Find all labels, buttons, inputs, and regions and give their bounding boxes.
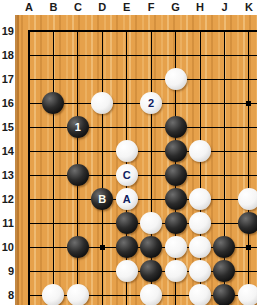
grid-line-col-A [28, 30, 30, 305]
white-stone-G10[interactable] [165, 236, 187, 258]
grid-line-row-17 [28, 79, 257, 80]
white-stone-E9[interactable] [116, 260, 138, 282]
white-stone-K8[interactable] [238, 284, 257, 305]
white-stone-F8[interactable] [140, 284, 162, 305]
grid-line-col-D [102, 30, 103, 305]
row-label-10: 10 [0, 241, 14, 254]
row-label-14: 14 [0, 145, 14, 158]
star-point-K16 [246, 101, 251, 106]
row-label-18: 18 [0, 49, 14, 62]
grid-line-col-B [53, 30, 54, 305]
black-stone-C15[interactable]: 1 [67, 116, 89, 138]
grid-line-row-18 [28, 55, 257, 56]
white-stone-H8[interactable] [189, 284, 211, 305]
grid-line-row-12 [28, 199, 257, 200]
column-label-D: D [92, 1, 112, 14]
row-label-9: 9 [0, 265, 14, 278]
row-label-13: 13 [0, 169, 14, 182]
black-stone-G12[interactable] [165, 188, 187, 210]
column-label-C: C [68, 1, 88, 14]
star-point-K10 [246, 245, 251, 250]
black-stone-F10[interactable] [140, 236, 162, 258]
star-point-D10 [100, 245, 105, 250]
grid-line-row-19 [28, 30, 257, 32]
white-stone-K12[interactable] [238, 188, 257, 210]
black-stone-F9[interactable] [140, 260, 162, 282]
white-stone-F16[interactable]: 2 [140, 92, 162, 114]
row-label-16: 16 [0, 97, 14, 110]
grid-line-row-15 [28, 127, 257, 128]
column-label-J: J [214, 1, 234, 14]
black-stone-E10[interactable] [116, 236, 138, 258]
grid-line-row-14 [28, 151, 257, 152]
black-stone-G11[interactable] [165, 212, 187, 234]
stone-marker-C: C [123, 170, 131, 181]
row-label-15: 15 [0, 121, 14, 134]
white-stone-H10[interactable] [189, 236, 211, 258]
white-stone-H9[interactable] [189, 260, 211, 282]
white-stone-G9[interactable] [165, 260, 187, 282]
black-stone-E11[interactable] [116, 212, 138, 234]
go-board-screen: ABCDEFGHJK1918171615141312111098 1B2CA [0, 0, 257, 305]
stone-marker-2: 2 [148, 98, 154, 109]
row-label-19: 19 [0, 25, 14, 38]
column-label-K: K [239, 1, 257, 14]
white-stone-H12[interactable] [189, 188, 211, 210]
black-stone-K11[interactable] [238, 212, 257, 234]
stone-marker-A: A [123, 194, 131, 205]
white-stone-H11[interactable] [189, 212, 211, 234]
goban-left-edge [15, 15, 19, 305]
black-stone-C13[interactable] [67, 164, 89, 186]
stone-marker-1: 1 [75, 122, 81, 133]
column-label-B: B [43, 1, 63, 14]
column-label-A: A [19, 1, 39, 14]
black-stone-J8[interactable] [213, 284, 235, 305]
column-label-E: E [117, 1, 137, 14]
white-stone-H14[interactable] [189, 140, 211, 162]
row-label-17: 17 [0, 73, 14, 86]
column-label-F: F [141, 1, 161, 14]
white-stone-B8[interactable] [42, 284, 64, 305]
row-label-8: 8 [0, 289, 14, 302]
stone-marker-B: B [98, 194, 106, 205]
grid-line-col-K [248, 30, 249, 305]
column-label-G: G [166, 1, 186, 14]
grid-line-row-13 [28, 175, 257, 176]
white-stone-G17[interactable] [165, 68, 187, 90]
white-stone-E14[interactable] [116, 140, 138, 162]
black-stone-G15[interactable] [165, 116, 187, 138]
row-label-12: 12 [0, 193, 14, 206]
white-stone-F11[interactable] [140, 212, 162, 234]
row-label-11: 11 [0, 217, 14, 230]
black-stone-C10[interactable] [67, 236, 89, 258]
white-stone-E12[interactable]: A [116, 188, 138, 210]
black-stone-G14[interactable] [165, 140, 187, 162]
white-stone-E13[interactable]: C [116, 164, 138, 186]
white-stone-C8[interactable] [67, 284, 89, 305]
black-stone-G13[interactable] [165, 164, 187, 186]
column-label-H: H [190, 1, 210, 14]
